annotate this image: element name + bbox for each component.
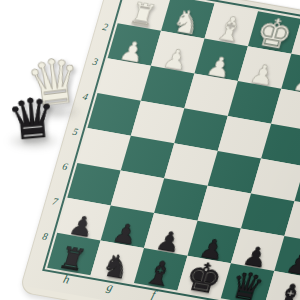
spare-black-queen: ♛	[0, 89, 64, 149]
board-grid: ♜♞♝♚♛♝♞♜♟♟♟♟♟♟♟♟♟♟♟♟♟♟♟♟♜♞♝♚♛♝♞♜	[47, 0, 300, 300]
chess-set-photo: ♜♞♝♚♛♝♞♜♟♟♟♟♟♟♟♟♟♟♟♟♟♟♟♟♜♞♝♚♛♝♞♜ 1234567…	[0, 0, 300, 300]
piece-black-queen-d8: ♛	[226, 266, 268, 300]
piece-black-bishop-c8: ♝	[271, 278, 300, 300]
